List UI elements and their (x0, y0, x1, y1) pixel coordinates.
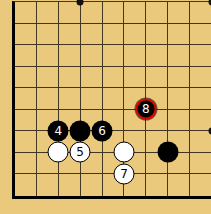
grid-cell (15, 45, 37, 67)
grid-cell (15, 110, 37, 132)
grid-cell (15, 2, 37, 24)
grid-cell (168, 88, 190, 110)
grid-cell (59, 24, 81, 46)
grid-cell (59, 2, 81, 24)
star-point-k4 (208, 127, 211, 134)
grid-cell (37, 174, 59, 196)
grid-cell (15, 88, 37, 110)
grid-cell (103, 45, 125, 67)
move-number: 4 (54, 124, 62, 136)
stone-c3 (48, 142, 69, 163)
grid-cell (146, 67, 168, 89)
grid-cell (15, 131, 37, 153)
grid-cell (146, 2, 168, 24)
grid-cell (81, 88, 103, 110)
stone-g5: 8 (135, 99, 156, 120)
grid-cell (59, 174, 81, 196)
grid-cell (81, 174, 103, 196)
stone-h3 (157, 142, 178, 163)
grid-cell (168, 45, 190, 67)
grid-cell (37, 45, 59, 67)
grid-cell (103, 24, 125, 46)
stone-f3 (114, 142, 135, 163)
move-number: 7 (120, 167, 128, 179)
stone-f2: 7 (114, 163, 135, 184)
grid-cell (81, 45, 103, 67)
grid-cell (168, 24, 190, 46)
grid-cell (103, 67, 125, 89)
grid-cell (190, 2, 211, 24)
grid-cell (190, 67, 211, 89)
grid-cell (190, 45, 211, 67)
grid-cell (168, 110, 190, 132)
grid-cell (190, 24, 211, 46)
grid-cell (37, 67, 59, 89)
grid-cell (190, 153, 211, 175)
star-point-k10 (208, 0, 211, 5)
grid-cell (37, 88, 59, 110)
grid-cell (37, 24, 59, 46)
move-number: 8 (142, 103, 150, 115)
grid-cell (15, 153, 37, 175)
grid-cell (190, 131, 211, 153)
grid-cell (124, 45, 146, 67)
move-number: 6 (98, 124, 106, 136)
grid-cell (168, 2, 190, 24)
go-board-grid (12, 1, 211, 199)
grid-cell (168, 174, 190, 196)
grid-cell (15, 24, 37, 46)
stone-d4 (70, 120, 91, 141)
grid-cell (146, 45, 168, 67)
grid-cell (146, 24, 168, 46)
grid-cell (15, 174, 37, 196)
grid-cell (190, 88, 211, 110)
stone-c4: 4 (48, 120, 69, 141)
grid-cell (81, 67, 103, 89)
stone-e4: 6 (92, 120, 113, 141)
grid-cell (59, 45, 81, 67)
go-board-diagram[interactable]: 46857 (0, 0, 211, 214)
grid-cell (103, 88, 125, 110)
grid-cell (190, 174, 211, 196)
grid-cell (81, 24, 103, 46)
stone-d3: 5 (70, 142, 91, 163)
grid-cell (146, 174, 168, 196)
grid-cell (59, 67, 81, 89)
grid-cell (59, 88, 81, 110)
grid-cell (168, 67, 190, 89)
grid-cell (81, 2, 103, 24)
grid-cell (124, 67, 146, 89)
grid-cell (124, 2, 146, 24)
move-number: 5 (76, 146, 84, 158)
grid-cell (103, 2, 125, 24)
grid-cell (37, 2, 59, 24)
grid-cell (124, 24, 146, 46)
grid-cell (15, 67, 37, 89)
